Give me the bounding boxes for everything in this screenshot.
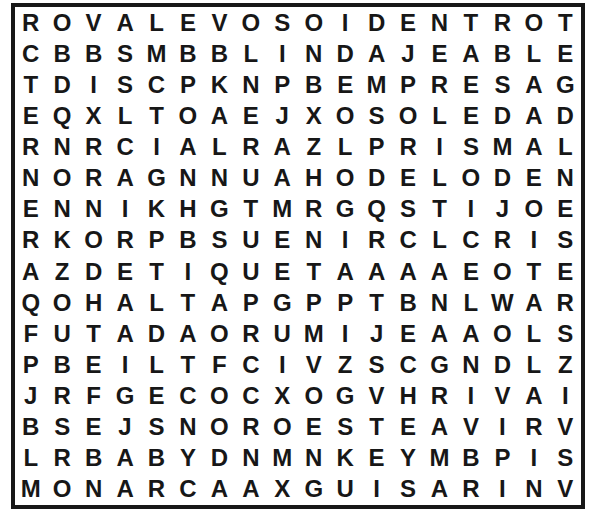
grid-cell-r7c6[interactable]: H: [172, 194, 203, 225]
grid-cell-r6c14[interactable]: L: [424, 163, 455, 194]
grid-cell-r16c16[interactable]: I: [487, 474, 518, 505]
grid-cell-r7c11[interactable]: G: [329, 194, 360, 225]
grid-cell-r12c11[interactable]: Z: [329, 349, 360, 380]
grid-cell-r9c13[interactable]: A: [392, 256, 423, 287]
grid-cell-r5c4[interactable]: C: [109, 132, 140, 163]
grid-cell-r1c6[interactable]: E: [172, 7, 203, 38]
grid-cell-r9c7[interactable]: Q: [204, 256, 235, 287]
grid-cell-r13c11[interactable]: G: [329, 381, 360, 412]
grid-cell-r2c13[interactable]: J: [392, 38, 423, 69]
grid-cell-r9c10[interactable]: T: [298, 256, 329, 287]
grid-cell-r3c15[interactable]: E: [455, 69, 486, 100]
grid-cell-r14c4[interactable]: J: [109, 412, 140, 443]
grid-cell-r1c2[interactable]: O: [46, 7, 77, 38]
grid-cell-r3c10[interactable]: B: [298, 69, 329, 100]
grid-cell-r14c3[interactable]: E: [78, 412, 109, 443]
grid-cell-r15c3[interactable]: B: [78, 443, 109, 474]
grid-cell-r4c13[interactable]: O: [392, 100, 423, 131]
grid-cell-r14c9[interactable]: O: [267, 412, 298, 443]
grid-cell-r7c4[interactable]: I: [109, 194, 140, 225]
grid-cell-r15c18[interactable]: S: [550, 443, 581, 474]
grid-cell-r4c8[interactable]: E: [235, 100, 266, 131]
grid-cell-r6c7[interactable]: N: [204, 163, 235, 194]
grid-cell-r8c14[interactable]: L: [424, 225, 455, 256]
grid-cell-r12c5[interactable]: L: [141, 349, 172, 380]
grid-cell-r16c8[interactable]: A: [235, 474, 266, 505]
grid-cell-r12c1[interactable]: P: [15, 349, 46, 380]
grid-cell-r12c16[interactable]: D: [487, 349, 518, 380]
grid-cell-r13c15[interactable]: I: [455, 381, 486, 412]
grid-cell-r8c5[interactable]: P: [141, 225, 172, 256]
grid-cell-r6c10[interactable]: H: [298, 163, 329, 194]
grid-cell-r2c4[interactable]: S: [109, 38, 140, 69]
grid-cell-r15c5[interactable]: B: [141, 443, 172, 474]
grid-cell-r9c11[interactable]: A: [329, 256, 360, 287]
grid-cell-r3c11[interactable]: E: [329, 69, 360, 100]
grid-cell-r10c4[interactable]: A: [109, 287, 140, 318]
grid-cell-r5c3[interactable]: R: [78, 132, 109, 163]
grid-cell-r15c8[interactable]: N: [235, 443, 266, 474]
grid-cell-r13c13[interactable]: H: [392, 381, 423, 412]
grid-cell-r9c4[interactable]: E: [109, 256, 140, 287]
grid-cell-r16c10[interactable]: G: [298, 474, 329, 505]
grid-cell-r11c12[interactable]: J: [361, 318, 392, 349]
grid-cell-r2c12[interactable]: A: [361, 38, 392, 69]
grid-cell-r2c5[interactable]: M: [141, 38, 172, 69]
grid-cell-r8c4[interactable]: R: [109, 225, 140, 256]
grid-cell-r11c6[interactable]: A: [172, 318, 203, 349]
grid-cell-r5c5[interactable]: I: [141, 132, 172, 163]
grid-cell-r11c10[interactable]: M: [298, 318, 329, 349]
grid-cell-r11c3[interactable]: T: [78, 318, 109, 349]
grid-cell-r7c12[interactable]: Q: [361, 194, 392, 225]
grid-cell-r15c11[interactable]: K: [329, 443, 360, 474]
grid-cell-r15c2[interactable]: R: [46, 443, 77, 474]
grid-cell-r9c16[interactable]: O: [487, 256, 518, 287]
grid-cell-r1c5[interactable]: L: [141, 7, 172, 38]
grid-cell-r1c14[interactable]: N: [424, 7, 455, 38]
grid-cell-r8c12[interactable]: R: [361, 225, 392, 256]
grid-cell-r13c3[interactable]: F: [78, 381, 109, 412]
grid-cell-r11c15[interactable]: A: [455, 318, 486, 349]
grid-cell-r6c9[interactable]: A: [267, 163, 298, 194]
grid-cell-r4c17[interactable]: A: [518, 100, 549, 131]
grid-cell-r14c7[interactable]: O: [204, 412, 235, 443]
grid-cell-r12c9[interactable]: I: [267, 349, 298, 380]
grid-cell-r2c10[interactable]: N: [298, 38, 329, 69]
grid-cell-r12c2[interactable]: B: [46, 349, 77, 380]
grid-cell-r6c5[interactable]: G: [141, 163, 172, 194]
grid-cell-r8c8[interactable]: U: [235, 225, 266, 256]
grid-cell-r15c10[interactable]: N: [298, 443, 329, 474]
grid-cell-r6c8[interactable]: U: [235, 163, 266, 194]
grid-cell-r12c3[interactable]: E: [78, 349, 109, 380]
grid-cell-r13c7[interactable]: O: [204, 381, 235, 412]
grid-cell-r2c8[interactable]: L: [235, 38, 266, 69]
grid-cell-r13c14[interactable]: R: [424, 381, 455, 412]
grid-cell-r13c12[interactable]: V: [361, 381, 392, 412]
grid-cell-r6c1[interactable]: N: [15, 163, 46, 194]
grid-cell-r11c5[interactable]: D: [141, 318, 172, 349]
grid-cell-r9c3[interactable]: D: [78, 256, 109, 287]
grid-cell-r3c2[interactable]: D: [46, 69, 77, 100]
grid-cell-r2c9[interactable]: I: [267, 38, 298, 69]
grid-cell-r1c9[interactable]: S: [267, 7, 298, 38]
grid-cell-r13c9[interactable]: X: [267, 381, 298, 412]
grid-cell-r4c6[interactable]: O: [172, 100, 203, 131]
grid-cell-r16c2[interactable]: O: [46, 474, 77, 505]
grid-cell-r8c15[interactable]: C: [455, 225, 486, 256]
grid-cell-r11c4[interactable]: A: [109, 318, 140, 349]
grid-cell-r6c18[interactable]: N: [550, 163, 581, 194]
grid-cell-r2c2[interactable]: B: [46, 38, 77, 69]
grid-cell-r7c9[interactable]: M: [267, 194, 298, 225]
grid-cell-r9c1[interactable]: A: [15, 256, 46, 287]
grid-cell-r14c15[interactable]: V: [455, 412, 486, 443]
grid-cell-r5c2[interactable]: N: [46, 132, 77, 163]
grid-cell-r11c7[interactable]: O: [204, 318, 235, 349]
grid-cell-r12c17[interactable]: L: [518, 349, 549, 380]
grid-cell-r15c6[interactable]: Y: [172, 443, 203, 474]
grid-cell-r6c13[interactable]: E: [392, 163, 423, 194]
grid-cell-r16c11[interactable]: U: [329, 474, 360, 505]
grid-cell-r8c10[interactable]: N: [298, 225, 329, 256]
grid-cell-r12c18[interactable]: Z: [550, 349, 581, 380]
grid-cell-r11c16[interactable]: O: [487, 318, 518, 349]
grid-cell-r4c2[interactable]: Q: [46, 100, 77, 131]
grid-cell-r12c4[interactable]: I: [109, 349, 140, 380]
grid-cell-r1c18[interactable]: T: [550, 7, 581, 38]
grid-cell-r1c16[interactable]: R: [487, 7, 518, 38]
grid-cell-r8c9[interactable]: E: [267, 225, 298, 256]
grid-cell-r13c10[interactable]: O: [298, 381, 329, 412]
grid-cell-r16c5[interactable]: R: [141, 474, 172, 505]
grid-cell-r8c6[interactable]: B: [172, 225, 203, 256]
grid-cell-r13c17[interactable]: A: [518, 381, 549, 412]
grid-cell-r13c2[interactable]: R: [46, 381, 77, 412]
grid-cell-r5c8[interactable]: R: [235, 132, 266, 163]
grid-cell-r3c1[interactable]: T: [15, 69, 46, 100]
grid-cell-r2c18[interactable]: E: [550, 38, 581, 69]
grid-cell-r16c14[interactable]: A: [424, 474, 455, 505]
grid-cell-r7c17[interactable]: O: [518, 194, 549, 225]
grid-cell-r16c12[interactable]: I: [361, 474, 392, 505]
grid-cell-r3c4[interactable]: S: [109, 69, 140, 100]
grid-cell-r14c12[interactable]: T: [361, 412, 392, 443]
grid-cell-r2c14[interactable]: E: [424, 38, 455, 69]
grid-cell-r4c12[interactable]: S: [361, 100, 392, 131]
grid-cell-r15c15[interactable]: B: [455, 443, 486, 474]
grid-cell-r5c16[interactable]: M: [487, 132, 518, 163]
grid-cell-r2c7[interactable]: B: [204, 38, 235, 69]
grid-cell-r11c14[interactable]: A: [424, 318, 455, 349]
grid-cell-r10c9[interactable]: G: [267, 287, 298, 318]
grid-cell-r9c6[interactable]: I: [172, 256, 203, 287]
grid-cell-r1c17[interactable]: O: [518, 7, 549, 38]
grid-cell-r16c18[interactable]: V: [550, 474, 581, 505]
grid-cell-r8c16[interactable]: R: [487, 225, 518, 256]
grid-cell-r9c18[interactable]: E: [550, 256, 581, 287]
grid-cell-r14c16[interactable]: I: [487, 412, 518, 443]
grid-cell-r10c7[interactable]: A: [204, 287, 235, 318]
grid-cell-r3c17[interactable]: A: [518, 69, 549, 100]
grid-cell-r4c15[interactable]: E: [455, 100, 486, 131]
grid-cell-r9c8[interactable]: U: [235, 256, 266, 287]
grid-cell-r11c8[interactable]: R: [235, 318, 266, 349]
grid-cell-r3c3[interactable]: I: [78, 69, 109, 100]
grid-cell-r13c1[interactable]: J: [15, 381, 46, 412]
grid-cell-r7c15[interactable]: I: [455, 194, 486, 225]
grid-cell-r12c8[interactable]: C: [235, 349, 266, 380]
grid-cell-r14c13[interactable]: E: [392, 412, 423, 443]
grid-cell-r12c12[interactable]: S: [361, 349, 392, 380]
grid-cell-r7c13[interactable]: S: [392, 194, 423, 225]
grid-cell-r10c14[interactable]: N: [424, 287, 455, 318]
grid-cell-r1c4[interactable]: A: [109, 7, 140, 38]
grid-cell-r6c15[interactable]: O: [455, 163, 486, 194]
grid-cell-r3c16[interactable]: S: [487, 69, 518, 100]
grid-cell-r10c1[interactable]: Q: [15, 287, 46, 318]
grid-cell-r14c8[interactable]: R: [235, 412, 266, 443]
grid-cell-r16c7[interactable]: A: [204, 474, 235, 505]
grid-cell-r3c18[interactable]: G: [550, 69, 581, 100]
grid-cell-r9c17[interactable]: T: [518, 256, 549, 287]
grid-cell-r3c7[interactable]: K: [204, 69, 235, 100]
grid-cell-r5c13[interactable]: R: [392, 132, 423, 163]
word-search-board: ROVALEVOSOIDENTROTCBBSMBBLINDAJEABLETDIS…: [11, 3, 585, 509]
grid-cell-r13c8[interactable]: C: [235, 381, 266, 412]
grid-cell-r11c13[interactable]: E: [392, 318, 423, 349]
grid-cell-r16c9[interactable]: X: [267, 474, 298, 505]
grid-cell-r5c17[interactable]: A: [518, 132, 549, 163]
grid-cell-r11c9[interactable]: U: [267, 318, 298, 349]
grid-cell-r4c14[interactable]: L: [424, 100, 455, 131]
grid-cell-r8c17[interactable]: I: [518, 225, 549, 256]
grid-cell-r7c14[interactable]: T: [424, 194, 455, 225]
grid-cell-r2c6[interactable]: B: [172, 38, 203, 69]
grid-cell-r12c14[interactable]: G: [424, 349, 455, 380]
grid-cell-r1c8[interactable]: O: [235, 7, 266, 38]
grid-cell-r5c10[interactable]: Z: [298, 132, 329, 163]
grid-cell-r7c8[interactable]: T: [235, 194, 266, 225]
grid-cell-r4c16[interactable]: D: [487, 100, 518, 131]
grid-cell-r8c11[interactable]: I: [329, 225, 360, 256]
grid-cell-r15c13[interactable]: Y: [392, 443, 423, 474]
grid-cell-r7c18[interactable]: E: [550, 194, 581, 225]
grid-cell-r12c7[interactable]: F: [204, 349, 235, 380]
grid-cell-r4c11[interactable]: O: [329, 100, 360, 131]
grid-cell-r4c10[interactable]: X: [298, 100, 329, 131]
grid-cell-r3c14[interactable]: R: [424, 69, 455, 100]
grid-cell-r8c2[interactable]: K: [46, 225, 77, 256]
grid-cell-r15c4[interactable]: A: [109, 443, 140, 474]
grid-cell-r5c14[interactable]: I: [424, 132, 455, 163]
grid-cell-r14c5[interactable]: S: [141, 412, 172, 443]
grid-cell-r12c15[interactable]: N: [455, 349, 486, 380]
grid-cell-r10c3[interactable]: H: [78, 287, 109, 318]
grid-cell-r3c6[interactable]: P: [172, 69, 203, 100]
grid-cell-r3c12[interactable]: M: [361, 69, 392, 100]
grid-cell-r6c6[interactable]: N: [172, 163, 203, 194]
grid-cell-r5c1[interactable]: R: [15, 132, 46, 163]
grid-cell-r4c9[interactable]: J: [267, 100, 298, 131]
grid-cell-r10c11[interactable]: P: [329, 287, 360, 318]
grid-cell-r7c5[interactable]: K: [141, 194, 172, 225]
grid-cell-r10c12[interactable]: T: [361, 287, 392, 318]
grid-cell-r16c17[interactable]: N: [518, 474, 549, 505]
grid-cell-r10c8[interactable]: P: [235, 287, 266, 318]
grid-cell-r10c2[interactable]: O: [46, 287, 77, 318]
grid-cell-r15c9[interactable]: M: [267, 443, 298, 474]
grid-cell-r9c15[interactable]: E: [455, 256, 486, 287]
grid-cell-r11c2[interactable]: U: [46, 318, 77, 349]
grid-cell-r9c5[interactable]: T: [141, 256, 172, 287]
grid-cell-r11c1[interactable]: F: [15, 318, 46, 349]
grid-cell-r7c2[interactable]: N: [46, 194, 77, 225]
grid-cell-r9c2[interactable]: Z: [46, 256, 77, 287]
grid-cell-r2c16[interactable]: B: [487, 38, 518, 69]
grid-cell-r2c3[interactable]: B: [78, 38, 109, 69]
grid-cell-r13c18[interactable]: I: [550, 381, 581, 412]
grid-cell-r1c3[interactable]: V: [78, 7, 109, 38]
grid-cell-r14c17[interactable]: R: [518, 412, 549, 443]
grid-cell-r5c18[interactable]: L: [550, 132, 581, 163]
grid-cell-r15c1[interactable]: L: [15, 443, 46, 474]
grid-cell-r14c2[interactable]: S: [46, 412, 77, 443]
grid-cell-r13c5[interactable]: E: [141, 381, 172, 412]
grid-cell-r9c14[interactable]: A: [424, 256, 455, 287]
grid-cell-r11c17[interactable]: L: [518, 318, 549, 349]
grid-cell-r9c9[interactable]: E: [267, 256, 298, 287]
grid-cell-r16c15[interactable]: R: [455, 474, 486, 505]
grid-cell-r15c7[interactable]: D: [204, 443, 235, 474]
grid-cell-r7c3[interactable]: N: [78, 194, 109, 225]
grid-cell-r16c1[interactable]: M: [15, 474, 46, 505]
grid-cell-r2c1[interactable]: C: [15, 38, 46, 69]
grid-cell-r11c18[interactable]: S: [550, 318, 581, 349]
grid-cell-r1c15[interactable]: T: [455, 7, 486, 38]
grid-cell-r14c10[interactable]: E: [298, 412, 329, 443]
grid-cell-r1c12[interactable]: D: [361, 7, 392, 38]
grid-cell-r6c11[interactable]: O: [329, 163, 360, 194]
grid-cell-r12c6[interactable]: T: [172, 349, 203, 380]
grid-cell-r14c18[interactable]: V: [550, 412, 581, 443]
grid-cell-r7c7[interactable]: G: [204, 194, 235, 225]
grid-cell-r2c17[interactable]: L: [518, 38, 549, 69]
grid-cell-r1c11[interactable]: I: [329, 7, 360, 38]
grid-cell-r3c5[interactable]: C: [141, 69, 172, 100]
grid-cell-r5c9[interactable]: A: [267, 132, 298, 163]
grid-cell-r1c7[interactable]: V: [204, 7, 235, 38]
grid-cell-r16c13[interactable]: S: [392, 474, 423, 505]
grid-cell-r4c1[interactable]: E: [15, 100, 46, 131]
grid-cell-r15c16[interactable]: P: [487, 443, 518, 474]
grid-cell-r8c18[interactable]: S: [550, 225, 581, 256]
grid-cell-r12c10[interactable]: V: [298, 349, 329, 380]
grid-cell-r10c16[interactable]: W: [487, 287, 518, 318]
grid-cell-r15c14[interactable]: M: [424, 443, 455, 474]
grid-cell-r13c6[interactable]: C: [172, 381, 203, 412]
grid-cell-r4c18[interactable]: D: [550, 100, 581, 131]
grid-cell-r10c17[interactable]: A: [518, 287, 549, 318]
grid-cell-r5c12[interactable]: P: [361, 132, 392, 163]
grid-cell-r14c6[interactable]: N: [172, 412, 203, 443]
grid-cell-r8c7[interactable]: S: [204, 225, 235, 256]
grid-cell-r6c3[interactable]: R: [78, 163, 109, 194]
grid-cell-r12c13[interactable]: C: [392, 349, 423, 380]
grid-cell-r3c8[interactable]: N: [235, 69, 266, 100]
grid-cell-r4c4[interactable]: L: [109, 100, 140, 131]
grid-cell-r11c11[interactable]: I: [329, 318, 360, 349]
grid-cell-r10c13[interactable]: B: [392, 287, 423, 318]
grid-cell-r1c10[interactable]: O: [298, 7, 329, 38]
grid-cell-r7c1[interactable]: E: [15, 194, 46, 225]
grid-cell-r2c15[interactable]: A: [455, 38, 486, 69]
grid-cell-r8c3[interactable]: O: [78, 225, 109, 256]
grid-cell-r9c12[interactable]: A: [361, 256, 392, 287]
grid-cell-r6c17[interactable]: E: [518, 163, 549, 194]
grid-cell-r2c11[interactable]: D: [329, 38, 360, 69]
grid-cell-r16c3[interactable]: N: [78, 474, 109, 505]
grid-cell-r3c13[interactable]: P: [392, 69, 423, 100]
grid-cell-r8c13[interactable]: C: [392, 225, 423, 256]
grid-cell-r1c1[interactable]: R: [15, 7, 46, 38]
grid-cell-r15c12[interactable]: E: [361, 443, 392, 474]
grid-cell-r16c4[interactable]: A: [109, 474, 140, 505]
grid-cell-r14c11[interactable]: S: [329, 412, 360, 443]
grid-cell-r6c16[interactable]: D: [487, 163, 518, 194]
grid-cell-r4c3[interactable]: X: [78, 100, 109, 131]
grid-cell-r4c5[interactable]: T: [141, 100, 172, 131]
grid-cell-r16c6[interactable]: C: [172, 474, 203, 505]
grid-cell-r3c9[interactable]: P: [267, 69, 298, 100]
grid-cell-r6c2[interactable]: O: [46, 163, 77, 194]
grid-cell-r15c17[interactable]: I: [518, 443, 549, 474]
grid-cell-r10c5[interactable]: L: [141, 287, 172, 318]
grid-cell-r5c11[interactable]: L: [329, 132, 360, 163]
grid-cell-r10c15[interactable]: L: [455, 287, 486, 318]
grid-cell-r13c16[interactable]: V: [487, 381, 518, 412]
grid-cell-r1c13[interactable]: E: [392, 7, 423, 38]
grid-cell-r6c4[interactable]: A: [109, 163, 140, 194]
grid-cell-r10c6[interactable]: T: [172, 287, 203, 318]
grid-cell-r14c1[interactable]: B: [15, 412, 46, 443]
grid-cell-r14c14[interactable]: A: [424, 412, 455, 443]
grid-cell-r8c1[interactable]: R: [15, 225, 46, 256]
grid-cell-r10c18[interactable]: R: [550, 287, 581, 318]
grid-cell-r6c12[interactable]: D: [361, 163, 392, 194]
grid-cell-r10c10[interactable]: P: [298, 287, 329, 318]
grid-cell-r7c10[interactable]: R: [298, 194, 329, 225]
grid-cell-r13c4[interactable]: G: [109, 381, 140, 412]
grid-cell-r5c15[interactable]: S: [455, 132, 486, 163]
grid-cell-r4c7[interactable]: A: [204, 100, 235, 131]
grid-cell-r5c6[interactable]: A: [172, 132, 203, 163]
grid-cell-r7c16[interactable]: J: [487, 194, 518, 225]
grid-cell-r5c7[interactable]: L: [204, 132, 235, 163]
